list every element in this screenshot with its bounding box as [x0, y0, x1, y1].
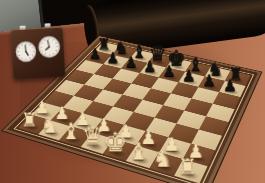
photo-chess-scene: ♜♞♝♛♚♝♞♜♟♟♟♟♟♟♟♟♟♟♟♟♟♟♟♟♜♞♝♛♚♝♞♜: [0, 0, 265, 183]
clock-plunger-right[interactable]: [44, 23, 50, 27]
piece-white-rook-h1[interactable]: ♜: [167, 156, 208, 178]
chess-clock: [11, 27, 66, 80]
square-h1[interactable]: ♜: [174, 159, 207, 183]
piece-black-pawn-h7[interactable]: ♟: [213, 78, 247, 94]
clock-plunger-left[interactable]: [20, 26, 26, 30]
clock-face-left: [14, 40, 37, 63]
clock-face-right: [37, 35, 61, 59]
